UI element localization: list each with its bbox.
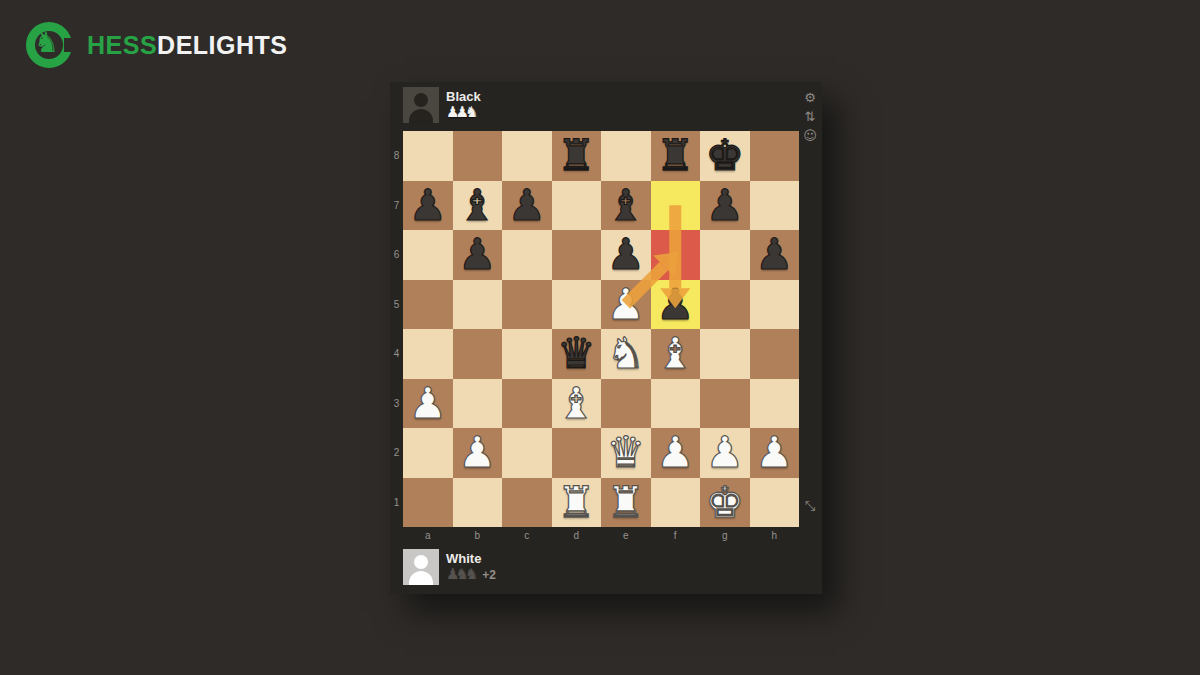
black-captured-pieces: ♟♟♞ bbox=[446, 104, 481, 121]
rank-label-6: 6 bbox=[390, 230, 403, 280]
piece-white-bishop: ♝ bbox=[557, 379, 596, 429]
square-b2[interactable]: ♟ bbox=[453, 428, 503, 478]
square-f5[interactable]: ♟ bbox=[651, 280, 701, 330]
material-score: +2 bbox=[482, 569, 496, 581]
square-d3[interactable]: ♝ bbox=[552, 379, 602, 429]
square-c4[interactable] bbox=[502, 329, 552, 379]
square-a4[interactable] bbox=[403, 329, 453, 379]
rank-label-8: 8 bbox=[390, 131, 403, 181]
square-h7[interactable] bbox=[750, 181, 800, 231]
file-label-a: a bbox=[403, 528, 453, 545]
piece-white-bishop: ♝ bbox=[656, 329, 695, 379]
square-c2[interactable] bbox=[502, 428, 552, 478]
file-label-d: d bbox=[552, 528, 602, 545]
chess-board: ♜♜♚♟♝♟♝♟♟♟♟♟♟♛♞♝♟♝♟♛♟♟♟♜♜♚ bbox=[403, 131, 799, 527]
piece-black-rook: ♜ bbox=[557, 131, 596, 181]
square-d5[interactable] bbox=[552, 280, 602, 330]
square-h2[interactable]: ♟ bbox=[750, 428, 800, 478]
square-h8[interactable] bbox=[750, 131, 800, 181]
square-a8[interactable] bbox=[403, 131, 453, 181]
square-g3[interactable] bbox=[700, 379, 750, 429]
piece-white-pawn: ♟ bbox=[458, 428, 497, 478]
square-b1[interactable] bbox=[453, 478, 503, 528]
square-e4[interactable]: ♞ bbox=[601, 329, 651, 379]
square-h1[interactable] bbox=[750, 478, 800, 528]
piece-white-pawn: ♟ bbox=[705, 428, 744, 478]
square-b4[interactable] bbox=[453, 329, 503, 379]
logo-notch bbox=[64, 38, 75, 52]
rank-label-2: 2 bbox=[390, 428, 403, 478]
rank-label-1: 1 bbox=[390, 478, 403, 528]
piece-white-pawn: ♟ bbox=[656, 428, 695, 478]
piece-white-queen: ♛ bbox=[606, 428, 645, 478]
piece-black-king: ♚ bbox=[705, 131, 744, 181]
white-avatar bbox=[403, 549, 439, 585]
square-f3[interactable] bbox=[651, 379, 701, 429]
theme-icon[interactable]: ☺ bbox=[801, 128, 819, 144]
square-c6[interactable] bbox=[502, 230, 552, 280]
square-h4[interactable] bbox=[750, 329, 800, 379]
square-a3[interactable]: ♟ bbox=[403, 379, 453, 429]
player-top: Black ♟♟♞ bbox=[403, 87, 481, 123]
piece-black-rook: ♜ bbox=[656, 131, 695, 181]
file-label-b: b bbox=[453, 528, 503, 545]
piece-white-pawn: ♟ bbox=[408, 379, 447, 429]
captured-knight-icon: ♞ bbox=[465, 105, 474, 120]
knight-logo-icon: ♞ bbox=[34, 29, 59, 57]
square-g2[interactable]: ♟ bbox=[700, 428, 750, 478]
chess-widget-panel: Black ♟♟♞ ⚙⇅☺ 87654321 ♜♜♚♟♝♟♝♟♟♟♟♟♟♛♞♝♟… bbox=[390, 82, 822, 594]
square-c1[interactable] bbox=[502, 478, 552, 528]
piece-black-pawn: ♟ bbox=[606, 230, 645, 280]
file-label-e: e bbox=[601, 528, 651, 545]
captured-pawn-icon: ♟ bbox=[446, 567, 455, 582]
square-f4[interactable]: ♝ bbox=[651, 329, 701, 379]
square-d7[interactable] bbox=[552, 181, 602, 231]
resize-handle-icon[interactable]: ⤡ bbox=[802, 498, 818, 514]
brand-name: HESSDELIGHTS bbox=[87, 33, 288, 58]
square-c5[interactable] bbox=[502, 280, 552, 330]
square-d6[interactable] bbox=[552, 230, 602, 280]
square-g4[interactable] bbox=[700, 329, 750, 379]
file-label-c: c bbox=[502, 528, 552, 545]
file-label-f: f bbox=[651, 528, 701, 545]
rank-label-3: 3 bbox=[390, 379, 403, 429]
chessdelights-logo-icon: ♞ bbox=[26, 22, 72, 68]
square-d2[interactable] bbox=[552, 428, 602, 478]
square-a2[interactable] bbox=[403, 428, 453, 478]
rank-label-5: 5 bbox=[390, 280, 403, 330]
square-d4[interactable]: ♛ bbox=[552, 329, 602, 379]
settings-icon[interactable]: ⚙ bbox=[801, 90, 819, 106]
square-a7[interactable]: ♟ bbox=[403, 181, 453, 231]
square-a1[interactable] bbox=[403, 478, 453, 528]
piece-black-pawn: ♟ bbox=[755, 230, 794, 280]
square-b8[interactable] bbox=[453, 131, 503, 181]
avatar-silhouette-head bbox=[414, 93, 428, 107]
square-f6[interactable] bbox=[651, 230, 701, 280]
piece-black-pawn: ♟ bbox=[507, 181, 546, 231]
square-c8[interactable] bbox=[502, 131, 552, 181]
square-g7[interactable]: ♟ bbox=[700, 181, 750, 231]
square-e2[interactable]: ♛ bbox=[601, 428, 651, 478]
piece-black-bishop: ♝ bbox=[606, 181, 645, 231]
square-d8[interactable]: ♜ bbox=[552, 131, 602, 181]
piece-black-queen: ♛ bbox=[557, 329, 596, 379]
file-label-h: h bbox=[750, 528, 800, 545]
brand-part-green: HESS bbox=[87, 31, 157, 59]
square-a5[interactable] bbox=[403, 280, 453, 330]
board-area: ♜♜♚♟♝♟♝♟♟♟♟♟♟♛♞♝♟♝♟♛♟♟♟♜♜♚ bbox=[403, 131, 799, 527]
avatar-silhouette-body bbox=[409, 571, 433, 585]
piece-black-pawn: ♟ bbox=[705, 181, 744, 231]
rank-label-4: 4 bbox=[390, 329, 403, 379]
flip-board-icon[interactable]: ⇅ bbox=[801, 109, 819, 125]
brand-part-white: DELIGHTS bbox=[157, 31, 287, 59]
square-f2[interactable]: ♟ bbox=[651, 428, 701, 478]
black-avatar bbox=[403, 87, 439, 123]
logo[interactable]: ♞ HESSDELIGHTS bbox=[26, 22, 288, 68]
piece-black-bishop: ♝ bbox=[458, 181, 497, 231]
square-b6[interactable]: ♟ bbox=[453, 230, 503, 280]
piece-black-pawn: ♟ bbox=[656, 280, 695, 330]
avatar-silhouette-head bbox=[414, 555, 428, 569]
square-b7[interactable]: ♝ bbox=[453, 181, 503, 231]
board-controls: ⚙⇅☺ bbox=[801, 90, 819, 144]
square-e3[interactable] bbox=[601, 379, 651, 429]
file-label-g: g bbox=[700, 528, 750, 545]
square-c7[interactable]: ♟ bbox=[502, 181, 552, 231]
square-f7[interactable] bbox=[651, 181, 701, 231]
piece-black-pawn: ♟ bbox=[408, 181, 447, 231]
captured-knight-icon: ♞ bbox=[455, 567, 464, 582]
square-e8[interactable] bbox=[601, 131, 651, 181]
square-h6[interactable]: ♟ bbox=[750, 230, 800, 280]
black-player-name: Black bbox=[446, 89, 481, 104]
piece-black-pawn: ♟ bbox=[458, 230, 497, 280]
square-g5[interactable] bbox=[700, 280, 750, 330]
piece-white-rook: ♜ bbox=[606, 478, 645, 528]
white-player-name: White bbox=[446, 551, 496, 566]
square-f8[interactable]: ♜ bbox=[651, 131, 701, 181]
square-d1[interactable]: ♜ bbox=[552, 478, 602, 528]
piece-white-pawn: ♟ bbox=[755, 428, 794, 478]
avatar-silhouette-body bbox=[409, 109, 433, 123]
square-h3[interactable] bbox=[750, 379, 800, 429]
captured-pawn-icon: ♟ bbox=[455, 105, 464, 120]
piece-white-knight: ♞ bbox=[606, 329, 645, 379]
rank-labels: 87654321 bbox=[390, 131, 403, 527]
piece-white-rook: ♜ bbox=[557, 478, 596, 528]
square-e1[interactable]: ♜ bbox=[601, 478, 651, 528]
captured-knight-icon: ♞ bbox=[465, 567, 474, 582]
square-a6[interactable] bbox=[403, 230, 453, 280]
square-b3[interactable] bbox=[453, 379, 503, 429]
square-e5[interactable]: ♟ bbox=[601, 280, 651, 330]
rank-label-7: 7 bbox=[390, 181, 403, 231]
square-e7[interactable]: ♝ bbox=[601, 181, 651, 231]
player-bottom: White ♟♞♞+2 bbox=[403, 549, 496, 585]
captured-pawn-icon: ♟ bbox=[446, 105, 455, 120]
square-e6[interactable]: ♟ bbox=[601, 230, 651, 280]
square-g8[interactable]: ♚ bbox=[700, 131, 750, 181]
piece-white-king: ♚ bbox=[705, 478, 744, 528]
square-g1[interactable]: ♚ bbox=[700, 478, 750, 528]
file-labels: abcdefgh bbox=[403, 528, 799, 545]
square-h5[interactable] bbox=[750, 280, 800, 330]
square-g6[interactable] bbox=[700, 230, 750, 280]
piece-white-pawn: ♟ bbox=[606, 280, 645, 330]
square-c3[interactable] bbox=[502, 379, 552, 429]
square-b5[interactable] bbox=[453, 280, 503, 330]
white-captured-pieces: ♟♞♞+2 bbox=[446, 566, 496, 583]
square-f1[interactable] bbox=[651, 478, 701, 528]
